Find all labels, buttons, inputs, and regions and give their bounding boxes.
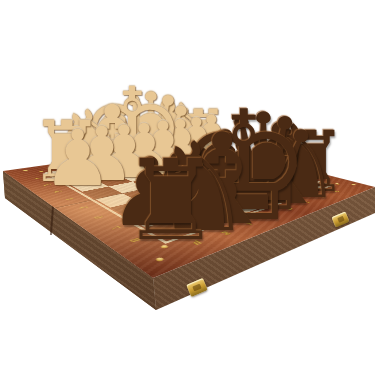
- chessboard-scene: 12345678abcdefgh ♜♞♝♛♚♝♞♜♟♟♟♟♟♟♟♟♟♟♟♟♟♟♟…: [0, 0, 375, 375]
- brass-dot-icon: [23, 170, 29, 171]
- piece-white-pawn[interactable]: ♟: [43, 121, 112, 198]
- piece-black-rook[interactable]: ♜: [121, 144, 220, 255]
- rank-label: 6: [87, 213, 110, 222]
- rank-label: 5: [73, 204, 95, 212]
- pieces-layer: ♜♞♝♛♚♝♞♜♟♟♟♟♟♟♟♟♟♟♟♟♟♟♟♟♜♞♝♛♚♝♞♜: [0, 0, 375, 375]
- brass-dot-icon: [351, 184, 357, 186]
